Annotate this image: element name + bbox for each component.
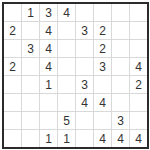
clue-cell-r8c7: 4	[112, 130, 129, 147]
clue-cell-r1c4: 4	[58, 4, 75, 21]
clue-cell-r6c5: 4	[76, 94, 93, 111]
empty-cell-r6c4[interactable]	[58, 94, 75, 111]
clue-cell-r2c5: 3	[76, 22, 93, 39]
clue-cell-r8c6: 4	[94, 130, 111, 147]
empty-cell-r3c5[interactable]	[76, 40, 93, 57]
empty-cell-r6c8[interactable]	[130, 94, 147, 111]
empty-cell-r1c7[interactable]	[112, 4, 129, 21]
clue-cell-r4c6: 3	[94, 58, 111, 75]
clue-cell-r4c1: 2	[4, 58, 21, 75]
empty-cell-r6c7[interactable]	[112, 94, 129, 111]
clue-cell-r7c4: 5	[58, 112, 75, 129]
empty-cell-r1c6[interactable]	[94, 4, 111, 21]
empty-cell-r5c7[interactable]	[112, 76, 129, 93]
clue-cell-r4c8: 4	[130, 58, 147, 75]
empty-cell-r6c2[interactable]	[22, 94, 39, 111]
empty-cell-r4c7[interactable]	[112, 58, 129, 75]
empty-cell-r5c2[interactable]	[22, 76, 39, 93]
empty-cell-r6c3[interactable]	[40, 94, 57, 111]
clue-cell-r5c8: 2	[130, 76, 147, 93]
empty-cell-r3c7[interactable]	[112, 40, 129, 57]
clue-cell-r8c3: 1	[40, 130, 57, 147]
empty-cell-r3c4[interactable]	[58, 40, 75, 57]
clue-cell-r2c3: 4	[40, 22, 57, 39]
empty-cell-r1c8[interactable]	[130, 4, 147, 21]
empty-cell-r1c1[interactable]	[4, 4, 21, 21]
empty-cell-r4c5[interactable]	[76, 58, 93, 75]
clue-cell-r5c5: 3	[76, 76, 93, 93]
empty-cell-r2c4[interactable]	[58, 22, 75, 39]
empty-cell-r2c8[interactable]	[130, 22, 147, 39]
clue-cell-r3c2: 3	[22, 40, 39, 57]
empty-cell-r5c1[interactable]	[4, 76, 21, 93]
empty-cell-r7c2[interactable]	[22, 112, 39, 129]
clue-cell-r8c4: 1	[58, 130, 75, 147]
empty-cell-r7c1[interactable]	[4, 112, 21, 129]
puzzle-board: 13424323422434132445311444	[2, 2, 149, 149]
clue-cell-r7c7: 3	[112, 112, 129, 129]
clue-cell-r1c3: 3	[40, 4, 57, 21]
empty-cell-r3c8[interactable]	[130, 40, 147, 57]
clue-cell-r3c3: 4	[40, 40, 57, 57]
empty-cell-r7c6[interactable]	[94, 112, 111, 129]
clue-cell-r8c8: 4	[130, 130, 147, 147]
empty-cell-r3c1[interactable]	[4, 40, 21, 57]
empty-cell-r7c3[interactable]	[40, 112, 57, 129]
clue-cell-r1c2: 1	[22, 4, 39, 21]
empty-cell-r2c2[interactable]	[22, 22, 39, 39]
empty-cell-r7c5[interactable]	[76, 112, 93, 129]
empty-cell-r8c1[interactable]	[4, 130, 21, 147]
empty-cell-r8c2[interactable]	[22, 130, 39, 147]
empty-cell-r4c4[interactable]	[58, 58, 75, 75]
empty-cell-r5c6[interactable]	[94, 76, 111, 93]
clue-cell-r5c3: 1	[40, 76, 57, 93]
empty-cell-r8c5[interactable]	[76, 130, 93, 147]
clue-cell-r6c6: 4	[94, 94, 111, 111]
empty-cell-r6c1[interactable]	[4, 94, 21, 111]
empty-cell-r5c4[interactable]	[58, 76, 75, 93]
empty-cell-r1c5[interactable]	[76, 4, 93, 21]
empty-cell-r2c7[interactable]	[112, 22, 129, 39]
clue-cell-r4c3: 4	[40, 58, 57, 75]
empty-cell-r7c8[interactable]	[130, 112, 147, 129]
clue-cell-r2c1: 2	[4, 22, 21, 39]
empty-cell-r4c2[interactable]	[22, 58, 39, 75]
clue-cell-r2c6: 2	[94, 22, 111, 39]
clue-cell-r3c6: 2	[94, 40, 111, 57]
